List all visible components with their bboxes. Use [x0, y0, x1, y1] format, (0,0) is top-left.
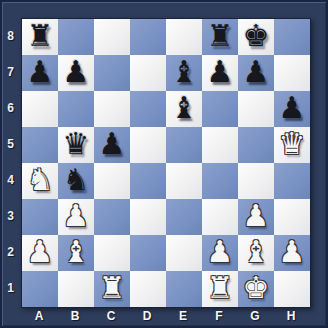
rank-label-4: 4 — [0, 162, 21, 198]
square-g4[interactable] — [238, 163, 274, 199]
square-d8[interactable] — [130, 19, 166, 55]
piece-black-pawn: ♟ — [243, 57, 270, 87]
square-e8[interactable] — [166, 19, 202, 55]
piece-white-rook: ♜ — [99, 273, 126, 303]
piece-black-rook: ♜ — [207, 21, 234, 51]
rank-label-3: 3 — [0, 198, 21, 234]
square-b5[interactable]: ♛ — [58, 127, 94, 163]
square-f6[interactable] — [202, 91, 238, 127]
piece-black-rook: ♜ — [27, 21, 54, 51]
square-c8[interactable] — [94, 19, 130, 55]
square-b2[interactable]: ♝ — [58, 235, 94, 271]
piece-white-bishop: ♝ — [63, 237, 90, 267]
square-c5[interactable]: ♟ — [94, 127, 130, 163]
square-g3[interactable]: ♟ — [238, 199, 274, 235]
piece-white-bishop: ♝ — [243, 237, 270, 267]
square-b3[interactable]: ♟ — [58, 199, 94, 235]
rank-label-2: 2 — [0, 234, 21, 270]
square-b4[interactable]: ♞ — [58, 163, 94, 199]
square-f1[interactable]: ♜ — [202, 271, 238, 307]
square-f2[interactable]: ♟ — [202, 235, 238, 271]
piece-white-knight: ♞ — [27, 165, 54, 195]
piece-white-queen: ♛ — [279, 129, 306, 159]
square-b6[interactable] — [58, 91, 94, 127]
square-a4[interactable]: ♞ — [22, 163, 58, 199]
file-label-a: A — [21, 306, 57, 326]
rank-label-8: 8 — [0, 18, 21, 54]
piece-black-queen: ♛ — [63, 129, 90, 159]
rank-label-5: 5 — [0, 126, 21, 162]
rank-label-1: 1 — [0, 270, 21, 306]
square-b1[interactable] — [58, 271, 94, 307]
piece-white-pawn: ♟ — [27, 237, 54, 267]
square-f5[interactable] — [202, 127, 238, 163]
piece-black-king: ♚ — [243, 21, 270, 51]
square-d1[interactable] — [130, 271, 166, 307]
square-g1[interactable]: ♚ — [238, 271, 274, 307]
file-labels: ABCDEFGH — [21, 306, 309, 326]
piece-black-pawn: ♟ — [63, 57, 90, 87]
square-g8[interactable]: ♚ — [238, 19, 274, 55]
square-a5[interactable] — [22, 127, 58, 163]
square-d5[interactable] — [130, 127, 166, 163]
file-label-h: H — [273, 306, 309, 326]
square-b8[interactable] — [58, 19, 94, 55]
piece-black-pawn: ♟ — [279, 93, 306, 123]
square-a6[interactable] — [22, 91, 58, 127]
file-label-d: D — [129, 306, 165, 326]
square-d3[interactable] — [130, 199, 166, 235]
file-label-e: E — [165, 306, 201, 326]
square-a7[interactable]: ♟ — [22, 55, 58, 91]
piece-white-pawn: ♟ — [207, 237, 234, 267]
piece-white-rook: ♜ — [207, 273, 234, 303]
square-h6[interactable]: ♟ — [274, 91, 310, 127]
square-g5[interactable] — [238, 127, 274, 163]
piece-black-pawn: ♟ — [27, 57, 54, 87]
file-label-b: B — [57, 306, 93, 326]
square-h4[interactable] — [274, 163, 310, 199]
file-label-f: F — [201, 306, 237, 326]
square-f3[interactable] — [202, 199, 238, 235]
square-g7[interactable]: ♟ — [238, 55, 274, 91]
file-label-g: G — [237, 306, 273, 326]
piece-white-king: ♚ — [243, 273, 270, 303]
square-a2[interactable]: ♟ — [22, 235, 58, 271]
piece-white-pawn: ♟ — [63, 201, 90, 231]
square-h7[interactable] — [274, 55, 310, 91]
square-h2[interactable]: ♟ — [274, 235, 310, 271]
square-e5[interactable] — [166, 127, 202, 163]
square-c1[interactable]: ♜ — [94, 271, 130, 307]
square-c4[interactable] — [94, 163, 130, 199]
square-d7[interactable] — [130, 55, 166, 91]
square-c3[interactable] — [94, 199, 130, 235]
square-a3[interactable] — [22, 199, 58, 235]
square-c6[interactable] — [94, 91, 130, 127]
rank-label-6: 6 — [0, 90, 21, 126]
piece-black-bishop: ♝ — [171, 93, 198, 123]
square-e4[interactable] — [166, 163, 202, 199]
rank-labels: 87654321 — [0, 18, 21, 306]
square-a8[interactable]: ♜ — [22, 19, 58, 55]
board-frame: 87654321 ♜♜♚♟♟♝♟♟♝♟♛♟♛♞♞♟♟♟♝♟♝♟♜♜♚ ABCDE… — [0, 0, 328, 328]
square-h8[interactable] — [274, 19, 310, 55]
square-h3[interactable] — [274, 199, 310, 235]
square-d4[interactable] — [130, 163, 166, 199]
square-a1[interactable] — [22, 271, 58, 307]
square-d2[interactable] — [130, 235, 166, 271]
piece-white-pawn: ♟ — [243, 201, 270, 231]
square-g6[interactable] — [238, 91, 274, 127]
square-f4[interactable] — [202, 163, 238, 199]
square-c7[interactable] — [94, 55, 130, 91]
square-h1[interactable] — [274, 271, 310, 307]
square-e6[interactable]: ♝ — [166, 91, 202, 127]
square-e2[interactable] — [166, 235, 202, 271]
square-d6[interactable] — [130, 91, 166, 127]
square-g2[interactable]: ♝ — [238, 235, 274, 271]
square-f8[interactable]: ♜ — [202, 19, 238, 55]
square-f7[interactable]: ♟ — [202, 55, 238, 91]
piece-black-knight: ♞ — [63, 165, 90, 195]
rank-label-7: 7 — [0, 54, 21, 90]
square-e3[interactable] — [166, 199, 202, 235]
square-e7[interactable]: ♝ — [166, 55, 202, 91]
piece-white-pawn: ♟ — [279, 237, 306, 267]
piece-black-pawn: ♟ — [207, 57, 234, 87]
square-h5[interactable]: ♛ — [274, 127, 310, 163]
chess-board: ♜♜♚♟♟♝♟♟♝♟♛♟♛♞♞♟♟♟♝♟♝♟♜♜♚ — [21, 18, 311, 308]
square-b7[interactable]: ♟ — [58, 55, 94, 91]
file-label-c: C — [93, 306, 129, 326]
piece-black-bishop: ♝ — [171, 57, 198, 87]
square-e1[interactable] — [166, 271, 202, 307]
square-c2[interactable] — [94, 235, 130, 271]
piece-black-pawn: ♟ — [99, 129, 126, 159]
